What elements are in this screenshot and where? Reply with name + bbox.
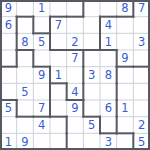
cell-r2c8[interactable] — [133, 33, 150, 50]
cell-r4c8[interactable] — [133, 67, 150, 84]
cell-r1c6[interactable] — [100, 17, 117, 34]
cell-r7c5[interactable] — [83, 117, 100, 134]
cell-r5c0[interactable] — [0, 83, 17, 100]
cell-r2c5[interactable] — [83, 33, 100, 50]
cell-r1c2[interactable] — [33, 17, 50, 34]
cell-r8c0[interactable] — [0, 133, 17, 150]
cell-r5c8[interactable] — [133, 83, 150, 100]
cell-r2c3[interactable] — [50, 33, 67, 50]
cell-r1c0[interactable] — [0, 17, 17, 34]
cell-r4c0[interactable] — [0, 67, 17, 84]
cell-r2c2[interactable] — [33, 33, 50, 50]
cell-r1c1[interactable] — [17, 17, 34, 34]
cell-r8c7[interactable] — [117, 133, 134, 150]
cell-r4c7[interactable] — [117, 67, 134, 84]
cell-r0c0[interactable] — [0, 0, 17, 17]
cell-r8c3[interactable] — [50, 133, 67, 150]
cell-r0c1[interactable] — [17, 0, 34, 17]
sudoku-grid: 91876748521379913854579614521935 — [0, 0, 150, 150]
cell-r0c2[interactable] — [33, 0, 50, 17]
cell-r7c4[interactable] — [67, 117, 84, 134]
cell-r6c3[interactable] — [50, 100, 67, 117]
cell-r0c7[interactable] — [117, 0, 134, 17]
cell-r6c1[interactable] — [17, 100, 34, 117]
cell-r0c4[interactable] — [67, 0, 84, 17]
cell-r0c5[interactable] — [83, 0, 100, 17]
cell-r3c4[interactable] — [67, 50, 84, 67]
cell-r6c7[interactable] — [117, 100, 134, 117]
cell-r8c1[interactable] — [17, 133, 34, 150]
cell-r5c4[interactable] — [67, 83, 84, 100]
cell-r3c6[interactable] — [100, 50, 117, 67]
cell-r2c4[interactable] — [67, 33, 84, 50]
cell-r7c3[interactable] — [50, 117, 67, 134]
cell-r4c6[interactable] — [100, 67, 117, 84]
cell-r7c6[interactable] — [100, 117, 117, 134]
cell-r6c8[interactable] — [133, 100, 150, 117]
cell-r7c1[interactable] — [17, 117, 34, 134]
cell-r5c5[interactable] — [83, 83, 100, 100]
cell-r1c8[interactable] — [133, 17, 150, 34]
cell-r6c4[interactable] — [67, 100, 84, 117]
cell-r3c5[interactable] — [83, 50, 100, 67]
cell-r3c1[interactable] — [17, 50, 34, 67]
cell-r4c4[interactable] — [67, 67, 84, 84]
cell-r8c4[interactable] — [67, 133, 84, 150]
cell-r6c0[interactable] — [0, 100, 17, 117]
cell-r1c4[interactable] — [67, 17, 84, 34]
cell-r1c3[interactable] — [50, 17, 67, 34]
cell-r2c0[interactable] — [0, 33, 17, 50]
cell-r6c6[interactable] — [100, 100, 117, 117]
cell-r0c3[interactable] — [50, 0, 67, 17]
cell-r7c7[interactable] — [117, 117, 134, 134]
cell-r7c8[interactable] — [133, 117, 150, 134]
cell-r5c6[interactable] — [100, 83, 117, 100]
sudoku-board[interactable]: 91876748521379913854579614521935 — [0, 0, 150, 150]
cell-r2c6[interactable] — [100, 33, 117, 50]
cell-r0c8[interactable] — [133, 0, 150, 17]
cell-r4c2[interactable] — [33, 67, 50, 84]
cell-r3c2[interactable] — [33, 50, 50, 67]
cell-r8c8[interactable] — [133, 133, 150, 150]
cell-r4c5[interactable] — [83, 67, 100, 84]
cell-r8c5[interactable] — [83, 133, 100, 150]
cell-r3c3[interactable] — [50, 50, 67, 67]
cell-r5c7[interactable] — [117, 83, 134, 100]
cell-r3c8[interactable] — [133, 50, 150, 67]
cell-r5c3[interactable] — [50, 83, 67, 100]
cell-r2c1[interactable] — [17, 33, 34, 50]
cell-r7c0[interactable] — [0, 117, 17, 134]
cell-r5c1[interactable] — [17, 83, 34, 100]
cell-r8c2[interactable] — [33, 133, 50, 150]
cell-r6c5[interactable] — [83, 100, 100, 117]
cell-r1c5[interactable] — [83, 17, 100, 34]
cell-r4c1[interactable] — [17, 67, 34, 84]
cell-r8c6[interactable] — [100, 133, 117, 150]
cell-r0c6[interactable] — [100, 0, 117, 17]
cell-r3c0[interactable] — [0, 50, 17, 67]
cell-r6c2[interactable] — [33, 100, 50, 117]
cell-r2c7[interactable] — [117, 33, 134, 50]
cell-r7c2[interactable] — [33, 117, 50, 134]
cell-r3c7[interactable] — [117, 50, 134, 67]
cell-r5c2[interactable] — [33, 83, 50, 100]
cell-r4c3[interactable] — [50, 67, 67, 84]
cell-r1c7[interactable] — [117, 17, 134, 34]
